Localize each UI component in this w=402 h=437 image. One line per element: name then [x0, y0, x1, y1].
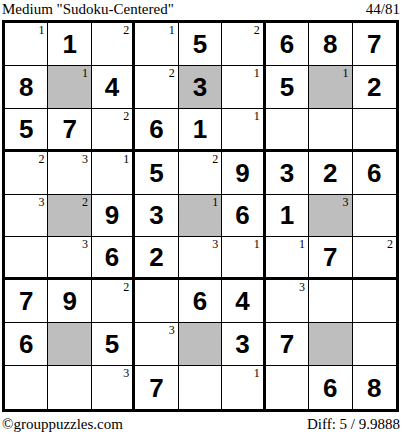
sudoku-cell-r5c5[interactable]: 1: [179, 195, 222, 238]
cell-corner-mark: 1: [212, 195, 218, 209]
sudoku-cell-r6c4[interactable]: 2: [135, 237, 178, 280]
puzzle-page: Medium "Sudoku-Centered" 44/81 112152687…: [0, 0, 402, 437]
sudoku-cell-r9c6[interactable]: 1: [222, 366, 265, 409]
sudoku-cell-r3c2[interactable]: 7: [48, 109, 91, 152]
sudoku-cell-r2c1[interactable]: 8: [5, 66, 48, 109]
cell-corner-mark: 3: [38, 195, 44, 209]
sudoku-cell-r7c9[interactable]: [353, 280, 396, 323]
sudoku-cell-r4c4[interactable]: 5: [135, 152, 178, 195]
header-bar: Medium "Sudoku-Centered" 44/81: [0, 0, 402, 20]
sudoku-cell-r7c3[interactable]: 2: [92, 280, 135, 323]
sudoku-cell-r9c3[interactable]: 3: [92, 366, 135, 409]
sudoku-cell-r9c8[interactable]: 6: [309, 366, 352, 409]
cell-corner-mark: 1: [343, 66, 349, 80]
sudoku-cell-r8c1[interactable]: 6: [5, 323, 48, 366]
cell-corner-mark: 1: [82, 66, 88, 80]
sudoku-cell-r2c5[interactable]: 3: [179, 66, 222, 109]
cell-value: 7: [280, 331, 294, 357]
sudoku-cell-r2c9[interactable]: 2: [353, 66, 396, 109]
sudoku-cell-r6c5[interactable]: 3: [179, 237, 222, 280]
cell-value: 6: [19, 331, 33, 357]
sudoku-cell-r5c4[interactable]: 3: [135, 195, 178, 238]
sudoku-cell-r5c2[interactable]: 2: [48, 195, 91, 238]
cell-corner-mark: 1: [254, 237, 260, 251]
cell-value: 2: [323, 160, 337, 186]
sudoku-cell-r3c3[interactable]: 2: [92, 109, 135, 152]
sudoku-cell-r5c1[interactable]: 3: [5, 195, 48, 238]
cell-value: 1: [280, 202, 294, 228]
sudoku-cell-r6c7[interactable]: 1: [266, 237, 309, 280]
sudoku-cell-r3c7[interactable]: [266, 109, 309, 152]
footer-bar: ©grouppuzzles.com Diff: 5 / 9.9888: [0, 412, 402, 433]
sudoku-cell-r5c7[interactable]: 1: [266, 195, 309, 238]
sudoku-cell-r9c5[interactable]: [179, 366, 222, 409]
cell-corner-mark: 2: [123, 109, 129, 123]
sudoku-cell-r7c5[interactable]: 6: [179, 280, 222, 323]
cell-value: 6: [105, 244, 119, 270]
difficulty-label: Diff: 5 / 9.9888: [307, 416, 400, 433]
sudoku-cell-r1c7[interactable]: 6: [266, 23, 309, 66]
sudoku-cell-r7c7[interactable]: 3: [266, 280, 309, 323]
cell-value: 7: [62, 116, 76, 142]
cell-corner-mark: 1: [38, 23, 44, 37]
sudoku-cell-r2c6[interactable]: 1: [222, 66, 265, 109]
cell-value: 6: [367, 160, 381, 186]
cell-corner-mark: 3: [299, 280, 305, 294]
sudoku-cell-r5c8[interactable]: 3: [309, 195, 352, 238]
sudoku-cell-r9c2[interactable]: [48, 366, 91, 409]
sudoku-cell-r1c4[interactable]: 1: [135, 23, 178, 66]
cell-corner-mark: 2: [387, 237, 393, 251]
sudoku-cell-r3c6[interactable]: 1: [222, 109, 265, 152]
cell-value: 3: [193, 74, 207, 100]
sudoku-board: 1121526878142315125726112315293263293161…: [2, 20, 399, 412]
cell-corner-mark: 3: [123, 366, 129, 380]
cell-value: 5: [19, 116, 33, 142]
cell-corner-mark: 2: [123, 280, 129, 294]
sudoku-cell-r8c5[interactable]: [179, 323, 222, 366]
cell-value: 6: [149, 116, 163, 142]
cell-value: 5: [149, 160, 163, 186]
puzzle-title: Medium "Sudoku-Centered": [2, 1, 174, 18]
cell-value: 2: [367, 74, 381, 100]
sudoku-cell-r4c8[interactable]: 2: [309, 152, 352, 195]
sudoku-cell-r6c6[interactable]: 1: [222, 237, 265, 280]
cell-value: 6: [323, 375, 337, 401]
sudoku-cell-r8c2[interactable]: [48, 323, 91, 366]
cell-value: 5: [280, 74, 294, 100]
sudoku-cell-r9c1[interactable]: [5, 366, 48, 409]
sudoku-cell-r6c3[interactable]: 6: [92, 237, 135, 280]
cell-corner-mark: 2: [169, 66, 175, 80]
sudoku-cell-r4c7[interactable]: 3: [266, 152, 309, 195]
cell-value: 7: [323, 244, 337, 270]
cell-value: 2: [149, 244, 163, 270]
sudoku-cell-r1c6[interactable]: 2: [222, 23, 265, 66]
cell-value: 6: [235, 202, 249, 228]
sudoku-cell-r6c9[interactable]: 2: [353, 237, 396, 280]
sudoku-cell-r4c3[interactable]: 1: [92, 152, 135, 195]
cell-value: 9: [62, 288, 76, 314]
sudoku-cell-r8c3[interactable]: 5: [92, 323, 135, 366]
cell-corner-mark: 3: [82, 237, 88, 251]
sudoku-cell-r2c2[interactable]: 1: [48, 66, 91, 109]
cell-corner-mark: 2: [82, 195, 88, 209]
sudoku-cell-r6c1[interactable]: [5, 237, 48, 280]
sudoku-cell-r7c8[interactable]: [309, 280, 352, 323]
sudoku-cell-r1c1[interactable]: 1: [5, 23, 48, 66]
sudoku-cell-r8c6[interactable]: 3: [222, 323, 265, 366]
cell-value: 9: [235, 160, 249, 186]
cell-value: 8: [367, 375, 381, 401]
sudoku-cell-r2c4[interactable]: 2: [135, 66, 178, 109]
cell-corner-mark: 2: [38, 152, 44, 166]
cell-value: 3: [149, 202, 163, 228]
cell-corner-mark: 2: [212, 152, 218, 166]
sudoku-cell-r3c1[interactable]: 5: [5, 109, 48, 152]
sudoku-cell-r7c1[interactable]: 7: [5, 280, 48, 323]
copyright: ©grouppuzzles.com: [2, 416, 123, 433]
sudoku-cell-r3c8[interactable]: [309, 109, 352, 152]
sudoku-cell-r9c7[interactable]: [266, 366, 309, 409]
sudoku-cell-r4c6[interactable]: 9: [222, 152, 265, 195]
cell-value: 5: [193, 31, 207, 57]
sudoku-cell-r1c8[interactable]: 8: [309, 23, 352, 66]
sudoku-cell-r2c8[interactable]: 1: [309, 66, 352, 109]
sudoku-cell-r8c7[interactable]: 7: [266, 323, 309, 366]
cell-value: 4: [235, 288, 249, 314]
sudoku-cell-r1c5[interactable]: 5: [179, 23, 222, 66]
sudoku-cell-r8c8[interactable]: [309, 323, 352, 366]
sudoku-cell-r2c3[interactable]: 4: [92, 66, 135, 109]
cell-value: 7: [19, 288, 33, 314]
sudoku-cell-r3c9[interactable]: [353, 109, 396, 152]
sudoku-cell-r8c4[interactable]: 3: [135, 323, 178, 366]
cell-corner-mark: 3: [169, 323, 175, 337]
cell-value: 4: [105, 74, 119, 100]
cell-value: 5: [105, 331, 119, 357]
sudoku-cell-r4c1[interactable]: 2: [5, 152, 48, 195]
sudoku-cell-r7c6[interactable]: 4: [222, 280, 265, 323]
sudoku-cell-r7c4[interactable]: [135, 280, 178, 323]
cell-counter: 44/81: [366, 1, 400, 18]
cell-value: 6: [193, 288, 207, 314]
sudoku-cell-r6c2[interactable]: 3: [48, 237, 91, 280]
cell-corner-mark: 3: [212, 237, 218, 251]
sudoku-cell-r1c3[interactable]: 2: [92, 23, 135, 66]
cell-corner-mark: 3: [82, 152, 88, 166]
cell-corner-mark: 1: [299, 237, 305, 251]
cell-value: 1: [62, 31, 76, 57]
sudoku-cell-r4c5[interactable]: 2: [179, 152, 222, 195]
cell-value: 7: [149, 375, 163, 401]
cell-corner-mark: 1: [169, 23, 175, 37]
cell-value: 3: [235, 331, 249, 357]
sudoku-cell-r7c2[interactable]: 9: [48, 280, 91, 323]
sudoku-cell-r2c7[interactable]: 5: [266, 66, 309, 109]
cell-value: 7: [367, 31, 381, 57]
cell-corner-mark: 1: [254, 66, 260, 80]
sudoku-cell-r3c5[interactable]: 1: [179, 109, 222, 152]
cell-corner-mark: 1: [254, 366, 260, 380]
sudoku-cell-r1c9[interactable]: 7: [353, 23, 396, 66]
sudoku-cell-r9c4[interactable]: 7: [135, 366, 178, 409]
cell-value: 6: [280, 31, 294, 57]
sudoku-cell-r1c2[interactable]: 1: [48, 23, 91, 66]
sudoku-cell-r4c9[interactable]: 6: [353, 152, 396, 195]
cell-corner-mark: 3: [343, 195, 349, 209]
sudoku-cell-r5c9[interactable]: [353, 195, 396, 238]
sudoku-cell-r5c6[interactable]: 6: [222, 195, 265, 238]
sudoku-cell-r8c9[interactable]: [353, 323, 396, 366]
sudoku-cell-r4c2[interactable]: 3: [48, 152, 91, 195]
cell-corner-mark: 2: [123, 23, 129, 37]
cell-corner-mark: 1: [254, 109, 260, 123]
cell-corner-mark: 2: [254, 23, 260, 37]
cell-value: 8: [323, 31, 337, 57]
sudoku-cell-r6c8[interactable]: 7: [309, 237, 352, 280]
cell-value: 9: [105, 202, 119, 228]
cell-corner-mark: 1: [123, 152, 129, 166]
sudoku-cell-r3c4[interactable]: 6: [135, 109, 178, 152]
sudoku-cell-r9c9[interactable]: 8: [353, 366, 396, 409]
cell-value: 3: [280, 160, 294, 186]
cell-value: 1: [193, 116, 207, 142]
sudoku-cell-r5c3[interactable]: 9: [92, 195, 135, 238]
cell-value: 8: [19, 74, 33, 100]
